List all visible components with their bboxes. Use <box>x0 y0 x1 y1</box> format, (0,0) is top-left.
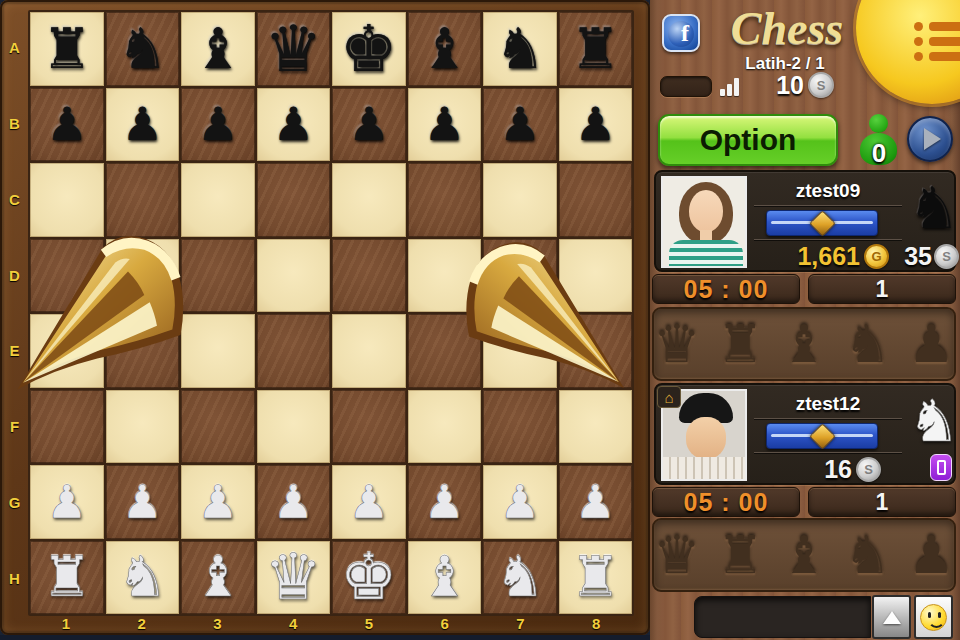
menu-button[interactable] <box>856 0 960 104</box>
tray-pawn-silhouette: ♟ <box>908 520 955 590</box>
header-silver-balance: 10 <box>750 71 804 100</box>
coord-label-7: 7 <box>483 613 559 634</box>
black-bishop[interactable]: ♝ <box>193 21 243 77</box>
square-A2[interactable]: ♞ <box>106 12 180 86</box>
coord-label-B: B <box>2 86 27 162</box>
player1-score: 1 <box>808 274 956 304</box>
coord-label-4: 4 <box>255 613 331 634</box>
white-knight-side-icon: ♞ <box>908 387 956 455</box>
black-bishop[interactable]: ♝ <box>419 21 469 77</box>
player2-captured-tray: ♛♜♝♞♟ <box>652 518 956 592</box>
white-rook[interactable]: ♜ <box>570 549 620 605</box>
coord-label-E: E <box>2 313 27 389</box>
side-panel: f Chess Latih-2 / 1 10 S Option 0 <box>650 0 960 640</box>
square-C8[interactable] <box>559 163 633 237</box>
square-F2[interactable] <box>106 390 180 464</box>
square-F5[interactable] <box>332 390 406 464</box>
square-C5[interactable] <box>332 163 406 237</box>
square-G7[interactable]: ♟ <box>483 465 557 539</box>
black-knight-side-icon: ♞ <box>908 174 956 242</box>
coord-label-5: 5 <box>331 613 407 634</box>
square-A5[interactable]: ♚ <box>332 12 406 86</box>
square-B7[interactable]: ♟ <box>483 88 557 162</box>
square-A6[interactable]: ♝ <box>408 12 482 86</box>
square-E2[interactable] <box>106 314 180 388</box>
silver-coin-icon: S <box>856 457 881 482</box>
square-D4[interactable] <box>257 239 331 313</box>
player2-silver: 16 <box>752 455 852 484</box>
chess-board: ♜♞♝♛♚♝♞♜♟♟♟♟♟♟♟♟♟♟♟♟♟♟♟♟♜♞♝♛♚♝♞♜ <box>28 10 634 616</box>
square-B3[interactable]: ♟ <box>181 88 255 162</box>
player1-card: ztest09 1,661 G 35 S ♞ <box>654 170 956 272</box>
square-F7[interactable] <box>483 390 557 464</box>
spectator-count-icon[interactable]: 0 <box>856 114 902 168</box>
square-G3[interactable]: ♟ <box>181 465 255 539</box>
square-D3[interactable] <box>181 239 255 313</box>
player1-timer: 05 : 00 <box>652 274 800 304</box>
square-D6[interactable] <box>408 239 482 313</box>
white-knight[interactable]: ♞ <box>495 549 545 605</box>
tray-pawn-silhouette: ♟ <box>908 309 955 379</box>
square-C6[interactable] <box>408 163 482 237</box>
white-king[interactable]: ♚ <box>340 545 397 609</box>
square-G5[interactable]: ♟ <box>332 465 406 539</box>
square-G4[interactable]: ♟ <box>257 465 331 539</box>
square-G1[interactable]: ♟ <box>30 465 104 539</box>
white-pawn[interactable]: ♟ <box>499 479 540 525</box>
player1-name: ztest09 <box>752 180 904 202</box>
player2-timer: 05 : 00 <box>652 487 800 517</box>
black-queen[interactable]: ♛ <box>265 17 322 81</box>
black-pawn[interactable]: ♟ <box>499 101 540 147</box>
tray-queen-silhouette: ♛ <box>653 309 700 379</box>
square-F4[interactable] <box>257 390 331 464</box>
tray-knight-silhouette: ♞ <box>844 520 891 590</box>
square-E3[interactable] <box>181 314 255 388</box>
square-B4[interactable]: ♟ <box>257 88 331 162</box>
tray-rook-silhouette: ♜ <box>717 309 764 379</box>
rank-diamond-icon <box>809 210 836 237</box>
square-H5[interactable]: ♚ <box>332 541 406 615</box>
square-F6[interactable] <box>408 390 482 464</box>
spectator-count: 0 <box>856 138 902 169</box>
white-knight[interactable]: ♞ <box>117 549 167 605</box>
square-G8[interactable]: ♟ <box>559 465 633 539</box>
coord-label-G: G <box>2 465 27 541</box>
square-B1[interactable]: ♟ <box>30 88 104 162</box>
option-button[interactable]: Option <box>658 114 838 166</box>
player2-name: ztest12 <box>752 393 904 415</box>
play-icon <box>924 128 941 150</box>
square-D2[interactable] <box>106 239 180 313</box>
black-knight[interactable]: ♞ <box>117 21 167 77</box>
bottom-strip <box>0 635 650 640</box>
black-rook[interactable]: ♜ <box>570 21 620 77</box>
tray-bishop-silhouette: ♝ <box>781 520 828 590</box>
black-pawn[interactable]: ♟ <box>197 101 238 147</box>
square-C1[interactable] <box>30 163 104 237</box>
white-pawn[interactable]: ♟ <box>273 479 314 525</box>
square-A7[interactable]: ♞ <box>483 12 557 86</box>
white-pawn[interactable]: ♟ <box>197 479 238 525</box>
coord-label-3: 3 <box>180 613 256 634</box>
square-C2[interactable] <box>106 163 180 237</box>
white-pawn[interactable]: ♟ <box>348 479 389 525</box>
play-button[interactable] <box>907 116 953 162</box>
square-E8[interactable] <box>559 314 633 388</box>
square-A1[interactable]: ♜ <box>30 12 104 86</box>
player1-silver: 35 <box>888 242 932 271</box>
white-rook[interactable]: ♜ <box>42 549 92 605</box>
square-E1[interactable] <box>30 314 104 388</box>
app-title: Chess <box>702 2 872 58</box>
coord-label-C: C <box>2 162 27 238</box>
send-arrow-icon <box>883 611 901 624</box>
square-B2[interactable]: ♟ <box>106 88 180 162</box>
square-F8[interactable] <box>559 390 633 464</box>
black-knight[interactable]: ♞ <box>495 21 545 77</box>
coord-label-2: 2 <box>104 613 180 634</box>
square-B8[interactable]: ♟ <box>559 88 633 162</box>
send-button[interactable] <box>872 595 911 639</box>
square-C4[interactable] <box>257 163 331 237</box>
tray-rook-silhouette: ♜ <box>717 520 764 590</box>
black-pawn[interactable]: ♟ <box>348 101 389 147</box>
white-pawn[interactable]: ♟ <box>575 479 616 525</box>
square-D7[interactable] <box>483 239 557 313</box>
square-D1[interactable] <box>30 239 104 313</box>
white-pawn[interactable]: ♟ <box>424 479 465 525</box>
square-B5[interactable]: ♟ <box>332 88 406 162</box>
square-F1[interactable] <box>30 390 104 464</box>
square-H8[interactable]: ♜ <box>559 541 633 615</box>
square-A4[interactable]: ♛ <box>257 12 331 86</box>
tray-knight-silhouette: ♞ <box>844 309 891 379</box>
player2-score: 1 <box>808 487 956 517</box>
square-D8[interactable] <box>559 239 633 313</box>
coord-label-F: F <box>2 389 27 465</box>
black-pawn[interactable]: ♟ <box>122 101 163 147</box>
smiley-icon <box>920 604 947 631</box>
white-bishop[interactable]: ♝ <box>419 549 469 605</box>
square-H3[interactable]: ♝ <box>181 541 255 615</box>
white-bishop[interactable]: ♝ <box>193 549 243 605</box>
square-H4[interactable]: ♛ <box>257 541 331 615</box>
square-G2[interactable]: ♟ <box>106 465 180 539</box>
menu-list-icon <box>914 22 960 67</box>
square-H1[interactable]: ♜ <box>30 541 104 615</box>
white-pawn[interactable]: ♟ <box>122 479 163 525</box>
square-A3[interactable]: ♝ <box>181 12 255 86</box>
facebook-icon[interactable]: f <box>662 14 700 52</box>
rank-labels: ABCDEFGH <box>2 10 27 616</box>
emoji-button[interactable] <box>914 595 953 639</box>
player1-gold: 1,661 <box>752 242 860 271</box>
black-rook[interactable]: ♜ <box>42 21 92 77</box>
black-pawn[interactable]: ♟ <box>46 101 87 147</box>
player1-captured-tray: ♛♜♝♞♟ <box>652 307 956 381</box>
square-E4[interactable] <box>257 314 331 388</box>
player1-avatar[interactable] <box>661 176 747 268</box>
square-H7[interactable]: ♞ <box>483 541 557 615</box>
rank-diamond-icon <box>809 423 836 450</box>
square-E7[interactable] <box>483 314 557 388</box>
silver-coin-icon: S <box>808 72 834 98</box>
square-C3[interactable] <box>181 163 255 237</box>
coord-label-1: 1 <box>28 613 104 634</box>
square-A8[interactable]: ♜ <box>559 12 633 86</box>
coord-label-A: A <box>2 10 27 86</box>
player1-rank-bar <box>766 210 878 236</box>
tray-queen-silhouette: ♛ <box>653 520 700 590</box>
phone-icon <box>930 454 952 481</box>
person-head <box>869 114 888 133</box>
status-box <box>660 76 712 97</box>
white-pawn[interactable]: ♟ <box>46 479 87 525</box>
gold-coin-icon: G <box>864 244 889 269</box>
coord-label-6: 6 <box>407 613 483 634</box>
square-C7[interactable] <box>483 163 557 237</box>
chat-input[interactable] <box>694 596 871 638</box>
tray-bishop-silhouette: ♝ <box>781 309 828 379</box>
black-king[interactable]: ♚ <box>340 17 397 81</box>
square-H6[interactable]: ♝ <box>408 541 482 615</box>
square-F3[interactable] <box>181 390 255 464</box>
square-G6[interactable]: ♟ <box>408 465 482 539</box>
file-labels: 12345678 <box>28 613 634 634</box>
player2-rank-bar <box>766 423 878 449</box>
square-E6[interactable] <box>408 314 482 388</box>
coord-label-H: H <box>2 540 27 616</box>
white-queen[interactable]: ♛ <box>265 545 322 609</box>
coord-label-8: 8 <box>558 613 634 634</box>
silver-coin-icon: S <box>934 244 959 269</box>
home-icon[interactable]: ⌂ <box>657 386 681 408</box>
black-pawn[interactable]: ♟ <box>575 101 616 147</box>
square-H2[interactable]: ♞ <box>106 541 180 615</box>
signal-bars-icon <box>720 77 742 96</box>
square-E5[interactable] <box>332 314 406 388</box>
chess-board-area: ABCDEFGH 12345678 ♜♞♝♛♚♝♞♜♟♟♟♟♟♟♟♟♟♟♟♟♟♟… <box>0 0 650 640</box>
player2-card: ⌂ ztest12 16 S ♞ <box>654 383 956 485</box>
black-pawn[interactable]: ♟ <box>424 101 465 147</box>
facebook-letter: f <box>681 20 689 47</box>
square-D5[interactable] <box>332 239 406 313</box>
square-B6[interactable]: ♟ <box>408 88 482 162</box>
black-pawn[interactable]: ♟ <box>273 101 314 147</box>
chess-app: ABCDEFGH 12345678 ♜♞♝♛♚♝♞♜♟♟♟♟♟♟♟♟♟♟♟♟♟♟… <box>0 0 960 640</box>
coord-label-D: D <box>2 237 27 313</box>
